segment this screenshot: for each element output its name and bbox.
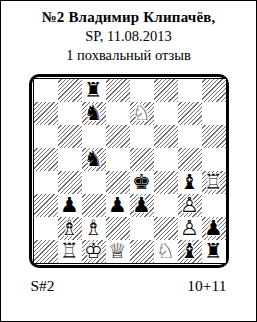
square-a3 — [34, 194, 58, 217]
white-knight-e7 — [130, 102, 154, 125]
square-b4 — [58, 171, 82, 194]
square-g8 — [178, 79, 202, 102]
square-g2 — [178, 217, 202, 240]
square-e3 — [130, 194, 154, 217]
white-pawn-g2 — [178, 217, 202, 240]
square-f6 — [154, 125, 178, 148]
square-a6 — [34, 125, 58, 148]
problem-title: №2 Владимир Клипачёв, — [1, 8, 256, 27]
black-knight-c7 — [82, 102, 106, 125]
square-g4 — [178, 171, 202, 194]
square-f5 — [154, 148, 178, 171]
square-g6 — [178, 125, 202, 148]
square-d2 — [106, 217, 130, 240]
caption-row: S#2 10+11 — [31, 277, 227, 295]
square-h1 — [202, 240, 226, 263]
square-d6 — [106, 125, 130, 148]
square-f2 — [154, 217, 178, 240]
square-f3 — [154, 194, 178, 217]
problem-header: №2 Владимир Клипачёв, SP, 11.08.2013 1 п… — [1, 1, 256, 65]
square-d1 — [106, 240, 130, 263]
square-b6 — [58, 125, 82, 148]
stipulation-label: S#2 — [31, 277, 55, 295]
square-h8 — [202, 79, 226, 102]
square-c4 — [82, 171, 106, 194]
black-bishop-g1 — [178, 240, 202, 263]
square-h5 — [202, 148, 226, 171]
square-e4 — [130, 171, 154, 194]
square-a1 — [34, 240, 58, 263]
square-a2 — [34, 217, 58, 240]
chess-board — [33, 78, 227, 264]
square-b7 — [58, 102, 82, 125]
square-h6 — [202, 125, 226, 148]
square-h7 — [202, 102, 226, 125]
square-c2 — [82, 217, 106, 240]
square-d5 — [106, 148, 130, 171]
white-bishop-c2 — [82, 217, 106, 240]
problem-card: №2 Владимир Клипачёв, SP, 11.08.2013 1 п… — [0, 0, 257, 322]
square-e1 — [130, 240, 154, 263]
square-h3 — [202, 194, 226, 217]
square-a4 — [34, 171, 58, 194]
award-line: 1 похвальный отзыв — [1, 46, 256, 65]
black-pawn-h2 — [202, 217, 226, 240]
square-h4 — [202, 171, 226, 194]
square-d4 — [106, 171, 130, 194]
square-d7 — [106, 102, 130, 125]
square-e8 — [130, 79, 154, 102]
square-g7 — [178, 102, 202, 125]
square-b5 — [58, 148, 82, 171]
black-rook-h1 — [202, 240, 226, 263]
black-pawn-d3 — [106, 194, 130, 217]
square-d8 — [106, 79, 130, 102]
black-rook-c8 — [82, 79, 106, 102]
square-c5 — [82, 148, 106, 171]
source-and-date: SP, 11.08.2013 — [1, 27, 256, 46]
white-rook-b1 — [58, 240, 82, 263]
square-a5 — [34, 148, 58, 171]
square-c6 — [82, 125, 106, 148]
square-e6 — [130, 125, 154, 148]
square-f1 — [154, 240, 178, 263]
square-d3 — [106, 194, 130, 217]
square-h2 — [202, 217, 226, 240]
square-c7 — [82, 102, 106, 125]
square-g3 — [178, 194, 202, 217]
square-b1 — [58, 240, 82, 263]
white-queen-d1 — [106, 240, 130, 263]
square-a8 — [34, 79, 58, 102]
white-knight-f1 — [154, 240, 178, 263]
material-count: 10+11 — [187, 277, 226, 295]
black-bishop-g4 — [178, 171, 202, 194]
square-c1 — [82, 240, 106, 263]
square-g5 — [178, 148, 202, 171]
square-b2 — [58, 217, 82, 240]
square-b8 — [58, 79, 82, 102]
white-rook-h4 — [202, 171, 226, 194]
square-f8 — [154, 79, 178, 102]
chess-board-frame — [29, 74, 229, 268]
black-pawn-b3 — [58, 194, 82, 217]
square-e5 — [130, 148, 154, 171]
white-bishop-b2 — [58, 217, 82, 240]
square-f7 — [154, 102, 178, 125]
black-pawn-e3 — [130, 194, 154, 217]
square-e7 — [130, 102, 154, 125]
black-king-e4 — [130, 171, 154, 194]
square-g1 — [178, 240, 202, 263]
square-c8 — [82, 79, 106, 102]
white-king-c1 — [82, 240, 106, 263]
white-pawn-g3 — [178, 194, 202, 217]
square-e2 — [130, 217, 154, 240]
square-a7 — [34, 102, 58, 125]
square-b3 — [58, 194, 82, 217]
black-knight-c5 — [82, 148, 106, 171]
square-c3 — [82, 194, 106, 217]
square-f4 — [154, 171, 178, 194]
